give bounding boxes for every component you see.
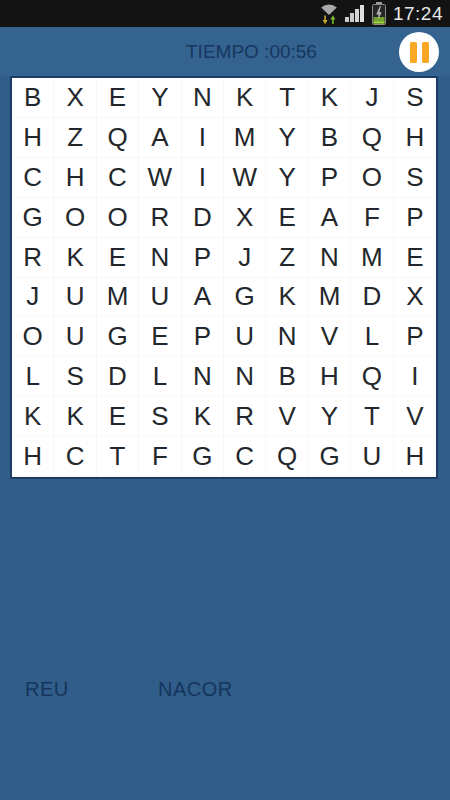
grid-cell-r9c1[interactable]: K [12,397,54,437]
grid-cell-r6c1[interactable]: J [12,278,54,318]
grid-cell-r10c3[interactable]: T [97,437,139,477]
pause-icon [422,42,429,63]
grid-cell-r3c7[interactable]: Y [266,158,308,198]
grid-cell-r3c2[interactable]: H [54,158,96,198]
grid-cell-r8c3[interactable]: D [97,357,139,397]
grid-cell-r7c4[interactable]: E [139,317,181,357]
grid-cell-r7c5[interactable]: P [182,317,224,357]
grid-cell-r8c9[interactable]: Q [351,357,393,397]
grid-cell-r9c7[interactable]: V [266,397,308,437]
grid-cell-r8c2[interactable]: S [54,357,96,397]
grid-cell-r2c8[interactable]: B [309,118,351,158]
grid-cell-r2c2[interactable]: Z [54,118,96,158]
grid-cell-r2c10[interactable]: H [394,118,436,158]
grid-cell-r6c7[interactable]: K [266,278,308,318]
signal-strength-icon [345,4,367,23]
grid-cell-r4c8[interactable]: A [309,198,351,238]
grid-cell-r3c10[interactable]: S [394,158,436,198]
pause-icon [410,42,417,63]
grid-cell-r10c10[interactable]: H [394,437,436,477]
grid-cell-r3c8[interactable]: P [309,158,351,198]
grid-cell-r4c7[interactable]: E [266,198,308,238]
grid-cell-r4c9[interactable]: F [351,198,393,238]
grid-cell-r8c6[interactable]: N [224,357,266,397]
grid-cell-r9c2[interactable]: K [54,397,96,437]
grid-cell-r8c10[interactable]: I [394,357,436,397]
grid-cell-r4c3[interactable]: O [97,198,139,238]
grid-cell-r5c8[interactable]: N [309,238,351,278]
timer-label: TIEMPO :00:56 [186,41,317,63]
grid-cell-r9c6[interactable]: R [224,397,266,437]
grid-cell-r7c3[interactable]: G [97,317,139,357]
grid-cell-r10c4[interactable]: F [139,437,181,477]
grid-cell-r5c10[interactable]: E [394,238,436,278]
app-screen: 17:24 TIEMPO :00:56 BXEYNKTKJSHZQAIMYBQH… [0,0,450,800]
grid-cell-r1c5[interactable]: N [182,78,224,118]
grid-cell-r3c5[interactable]: I [182,158,224,198]
grid-cell-r8c1[interactable]: L [12,357,54,397]
grid-cell-r8c5[interactable]: N [182,357,224,397]
grid-cell-r5c5[interactable]: P [182,238,224,278]
header-bar: TIEMPO :00:56 [0,27,450,76]
grid-cell-r7c10[interactable]: P [394,317,436,357]
word-nacor: NACOR [158,678,233,701]
grid-cell-r5c6[interactable]: J [224,238,266,278]
grid-cell-r6c10[interactable]: X [394,278,436,318]
word-grid[interactable]: BXEYNKTKJSHZQAIMYBQHCHCWIWYPOSGOORDXEAFP… [10,76,438,479]
grid-cell-r9c5[interactable]: K [182,397,224,437]
grid-cell-r4c6[interactable]: X [224,198,266,238]
grid-cell-r10c5[interactable]: G [182,437,224,477]
grid-cell-r1c8[interactable]: K [309,78,351,118]
grid-cell-r9c9[interactable]: T [351,397,393,437]
grid-cell-r9c8[interactable]: Y [309,397,351,437]
grid-cell-r3c3[interactable]: C [97,158,139,198]
grid-cell-r10c2[interactable]: C [54,437,96,477]
grid-cell-r6c6[interactable]: G [224,278,266,318]
grid-cell-r1c6[interactable]: K [224,78,266,118]
grid-cell-r6c8[interactable]: M [309,278,351,318]
grid-cell-r1c9[interactable]: J [351,78,393,118]
grid-cell-r10c8[interactable]: G [309,437,351,477]
grid-cell-r1c2[interactable]: X [54,78,96,118]
word-reu: REU [25,678,69,701]
grid-cell-r7c2[interactable]: U [54,317,96,357]
grid-cell-r5c7[interactable]: Z [266,238,308,278]
grid-cell-r2c9[interactable]: Q [351,118,393,158]
grid-cell-r1c7[interactable]: T [266,78,308,118]
grid-cell-r7c7[interactable]: N [266,317,308,357]
grid-cell-r5c3[interactable]: E [97,238,139,278]
grid-cell-r10c9[interactable]: U [351,437,393,477]
grid-cell-r6c2[interactable]: U [54,278,96,318]
grid-cell-r7c1[interactable]: O [12,317,54,357]
grid-cell-r6c5[interactable]: A [182,278,224,318]
grid-cell-r7c8[interactable]: V [309,317,351,357]
grid-cell-r7c6[interactable]: U [224,317,266,357]
grid-cell-r7c9[interactable]: L [351,317,393,357]
grid-cell-r6c3[interactable]: M [97,278,139,318]
grid-cell-r5c4[interactable]: N [139,238,181,278]
grid-cell-r3c4[interactable]: W [139,158,181,198]
grid-cell-r2c5[interactable]: I [182,118,224,158]
grid-cell-r6c9[interactable]: D [351,278,393,318]
grid-cell-r10c6[interactable]: C [224,437,266,477]
grid-cell-r2c4[interactable]: A [139,118,181,158]
grid-cell-r8c4[interactable]: L [139,357,181,397]
pause-button[interactable] [399,32,439,72]
grid-cell-r2c3[interactable]: Q [97,118,139,158]
grid-cell-r9c4[interactable]: S [139,397,181,437]
status-bar: 17:24 [0,0,450,27]
grid-cell-r1c3[interactable]: E [97,78,139,118]
grid-cell-r4c1[interactable]: G [12,198,54,238]
grid-cell-r3c1[interactable]: C [12,158,54,198]
grid-cell-r3c9[interactable]: O [351,158,393,198]
grid-cell-r4c4[interactable]: R [139,198,181,238]
grid-cell-r3c6[interactable]: W [224,158,266,198]
wifi-traffic-icon [318,3,340,25]
grid-cell-r10c1[interactable]: H [12,437,54,477]
grid-cell-r10c7[interactable]: Q [266,437,308,477]
grid-cell-r1c1[interactable]: B [12,78,54,118]
grid-cell-r2c6[interactable]: M [224,118,266,158]
grid-cell-r2c7[interactable]: Y [266,118,308,158]
grid-cell-r6c4[interactable]: U [139,278,181,318]
grid-cell-r5c1[interactable]: R [12,238,54,278]
grid-cell-r5c9[interactable]: M [351,238,393,278]
status-bar-clock: 17:24 [393,0,443,27]
word-list: REUNACOR [0,678,450,702]
grid-cell-r9c3[interactable]: E [97,397,139,437]
grid-cell-r4c2[interactable]: O [54,198,96,238]
grid-cell-r2c1[interactable]: H [12,118,54,158]
grid-cell-r4c5[interactable]: D [182,198,224,238]
grid-cell-r8c8[interactable]: H [309,357,351,397]
grid-cell-r5c2[interactable]: K [54,238,96,278]
grid-cell-r9c10[interactable]: V [394,397,436,437]
grid-cell-r8c7[interactable]: B [266,357,308,397]
grid-cell-r4c10[interactable]: P [394,198,436,238]
grid-cell-r1c10[interactable]: S [394,78,436,118]
battery-charging-icon [372,2,386,25]
grid-cell-r1c4[interactable]: Y [139,78,181,118]
